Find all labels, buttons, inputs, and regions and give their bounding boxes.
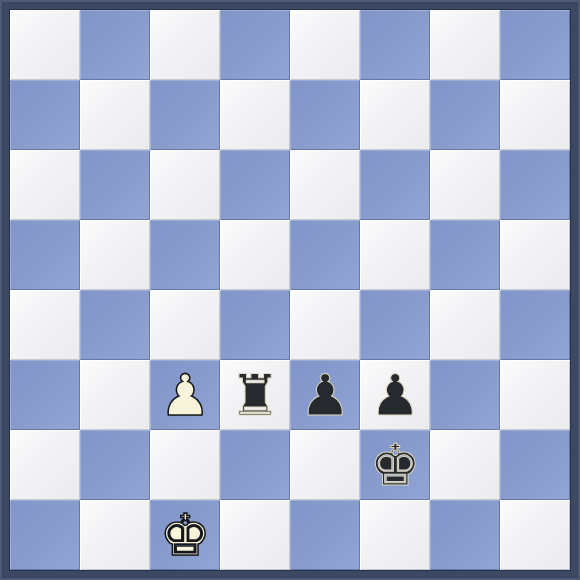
square-e1[interactable] bbox=[290, 500, 360, 570]
square-b7[interactable] bbox=[80, 80, 150, 150]
square-c1[interactable]: ♚ bbox=[150, 500, 220, 570]
square-a4[interactable] bbox=[10, 290, 80, 360]
square-h3[interactable] bbox=[500, 360, 570, 430]
square-d7[interactable] bbox=[220, 80, 290, 150]
square-c4[interactable] bbox=[150, 290, 220, 360]
square-d3[interactable]: ♜ bbox=[220, 360, 290, 430]
piece-black-pawn[interactable]: ♟ bbox=[290, 360, 360, 430]
square-a1[interactable] bbox=[10, 500, 80, 570]
square-g1[interactable] bbox=[430, 500, 500, 570]
square-f4[interactable] bbox=[360, 290, 430, 360]
square-b6[interactable] bbox=[80, 150, 150, 220]
square-d1[interactable] bbox=[220, 500, 290, 570]
square-e5[interactable] bbox=[290, 220, 360, 290]
square-h8[interactable] bbox=[500, 10, 570, 80]
square-b4[interactable] bbox=[80, 290, 150, 360]
square-a3[interactable] bbox=[10, 360, 80, 430]
square-a8[interactable] bbox=[10, 10, 80, 80]
square-a6[interactable] bbox=[10, 150, 80, 220]
square-f2[interactable]: ♚ bbox=[360, 430, 430, 500]
square-d6[interactable] bbox=[220, 150, 290, 220]
square-c8[interactable] bbox=[150, 10, 220, 80]
chess-board-frame: ♟♜♟♟♚♚ bbox=[0, 0, 580, 580]
square-h7[interactable] bbox=[500, 80, 570, 150]
square-g7[interactable] bbox=[430, 80, 500, 150]
square-e4[interactable] bbox=[290, 290, 360, 360]
square-d4[interactable] bbox=[220, 290, 290, 360]
square-e2[interactable] bbox=[290, 430, 360, 500]
square-f6[interactable] bbox=[360, 150, 430, 220]
piece-black-rook[interactable]: ♜ bbox=[220, 360, 290, 430]
square-b2[interactable] bbox=[80, 430, 150, 500]
square-h4[interactable] bbox=[500, 290, 570, 360]
square-c7[interactable] bbox=[150, 80, 220, 150]
square-c2[interactable] bbox=[150, 430, 220, 500]
square-e6[interactable] bbox=[290, 150, 360, 220]
square-f7[interactable] bbox=[360, 80, 430, 150]
square-d2[interactable] bbox=[220, 430, 290, 500]
square-h2[interactable] bbox=[500, 430, 570, 500]
square-h5[interactable] bbox=[500, 220, 570, 290]
square-g8[interactable] bbox=[430, 10, 500, 80]
square-g2[interactable] bbox=[430, 430, 500, 500]
square-b5[interactable] bbox=[80, 220, 150, 290]
piece-black-king[interactable]: ♚ bbox=[360, 430, 430, 500]
square-c6[interactable] bbox=[150, 150, 220, 220]
square-f5[interactable] bbox=[360, 220, 430, 290]
square-f3[interactable]: ♟ bbox=[360, 360, 430, 430]
square-a7[interactable] bbox=[10, 80, 80, 150]
chess-board: ♟♜♟♟♚♚ bbox=[10, 10, 570, 570]
square-a5[interactable] bbox=[10, 220, 80, 290]
square-b1[interactable] bbox=[80, 500, 150, 570]
square-d8[interactable] bbox=[220, 10, 290, 80]
square-g5[interactable] bbox=[430, 220, 500, 290]
square-h6[interactable] bbox=[500, 150, 570, 220]
piece-white-pawn[interactable]: ♟ bbox=[150, 360, 220, 430]
square-d5[interactable] bbox=[220, 220, 290, 290]
square-f1[interactable] bbox=[360, 500, 430, 570]
square-e3[interactable]: ♟ bbox=[290, 360, 360, 430]
square-e8[interactable] bbox=[290, 10, 360, 80]
square-g4[interactable] bbox=[430, 290, 500, 360]
square-c3[interactable]: ♟ bbox=[150, 360, 220, 430]
square-b3[interactable] bbox=[80, 360, 150, 430]
square-h1[interactable] bbox=[500, 500, 570, 570]
square-c5[interactable] bbox=[150, 220, 220, 290]
square-g3[interactable] bbox=[430, 360, 500, 430]
square-b8[interactable] bbox=[80, 10, 150, 80]
square-a2[interactable] bbox=[10, 430, 80, 500]
piece-black-pawn[interactable]: ♟ bbox=[360, 360, 430, 430]
square-f8[interactable] bbox=[360, 10, 430, 80]
square-e7[interactable] bbox=[290, 80, 360, 150]
piece-white-king[interactable]: ♚ bbox=[150, 500, 220, 570]
square-g6[interactable] bbox=[430, 150, 500, 220]
